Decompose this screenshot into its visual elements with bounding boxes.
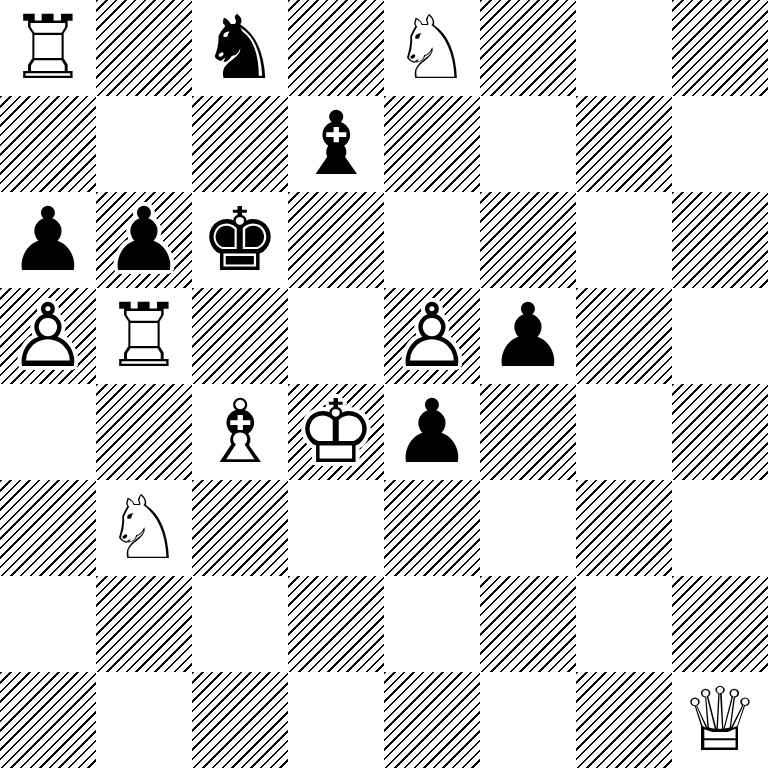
white-pawn-icon: ♙	[384, 288, 480, 384]
square-d5[interactable]	[288, 288, 384, 384]
black-knight-icon: ♞	[192, 0, 288, 96]
square-h4[interactable]	[672, 384, 768, 480]
square-h2[interactable]	[672, 576, 768, 672]
square-g8[interactable]	[576, 0, 672, 96]
square-a3[interactable]	[0, 480, 96, 576]
square-e1[interactable]	[384, 672, 480, 768]
square-c4[interactable]: ♝♗	[192, 384, 288, 480]
square-b1[interactable]	[96, 672, 192, 768]
white-king-icon: ♔	[288, 384, 384, 480]
square-d6[interactable]	[288, 192, 384, 288]
square-b5[interactable]: ♜♖	[96, 288, 192, 384]
square-f5[interactable]: ♟	[480, 288, 576, 384]
piece-white-bishop[interactable]: ♝♗	[192, 384, 288, 480]
white-bishop-icon: ♗	[192, 384, 288, 480]
black-pawn-icon: ♟	[96, 192, 192, 288]
square-g4[interactable]	[576, 384, 672, 480]
square-g5[interactable]	[576, 288, 672, 384]
black-bishop-icon: ♝	[288, 96, 384, 192]
square-e5[interactable]: ♟♙	[384, 288, 480, 384]
black-king-icon: ♚	[192, 192, 288, 288]
piece-black-king[interactable]: ♚	[192, 192, 288, 288]
square-f8[interactable]	[480, 0, 576, 96]
white-pawn-icon: ♙	[0, 288, 96, 384]
square-f6[interactable]	[480, 192, 576, 288]
square-a8[interactable]: ♜♖	[0, 0, 96, 96]
piece-black-pawn[interactable]: ♟	[384, 384, 480, 480]
white-knight-icon: ♘	[96, 480, 192, 576]
square-f2[interactable]	[480, 576, 576, 672]
square-b7[interactable]	[96, 96, 192, 192]
square-f4[interactable]	[480, 384, 576, 480]
black-pawn-icon: ♟	[384, 384, 480, 480]
piece-black-knight[interactable]: ♞	[192, 0, 288, 96]
white-queen-icon: ♕	[672, 672, 768, 768]
piece-black-pawn[interactable]: ♟	[480, 288, 576, 384]
square-h7[interactable]	[672, 96, 768, 192]
square-c3[interactable]	[192, 480, 288, 576]
square-f3[interactable]	[480, 480, 576, 576]
square-h1[interactable]: ♛♕	[672, 672, 768, 768]
square-b8[interactable]	[96, 0, 192, 96]
square-h5[interactable]	[672, 288, 768, 384]
square-g6[interactable]	[576, 192, 672, 288]
white-knight-icon: ♘	[384, 0, 480, 96]
square-d7[interactable]: ♝	[288, 96, 384, 192]
square-d8[interactable]	[288, 0, 384, 96]
piece-white-rook[interactable]: ♜♖	[96, 288, 192, 384]
square-g3[interactable]	[576, 480, 672, 576]
square-a6[interactable]: ♟	[0, 192, 96, 288]
piece-white-pawn[interactable]: ♟♙	[384, 288, 480, 384]
piece-white-pawn[interactable]: ♟♙	[0, 288, 96, 384]
square-g2[interactable]	[576, 576, 672, 672]
piece-white-rook[interactable]: ♜♖	[0, 0, 96, 96]
square-e4[interactable]: ♟	[384, 384, 480, 480]
square-d4[interactable]: ♚♔	[288, 384, 384, 480]
square-b6[interactable]: ♟	[96, 192, 192, 288]
square-e7[interactable]	[384, 96, 480, 192]
piece-white-knight[interactable]: ♞♘	[96, 480, 192, 576]
chess-diagram: ♜♖♞♞♘♝♟♟♚♟♙♜♖♟♙♟♝♗♚♔♟♞♘♛♕	[0, 0, 768, 768]
square-g1[interactable]	[576, 672, 672, 768]
square-c5[interactable]	[192, 288, 288, 384]
square-d2[interactable]	[288, 576, 384, 672]
square-a5[interactable]: ♟♙	[0, 288, 96, 384]
square-h8[interactable]	[672, 0, 768, 96]
square-a2[interactable]	[0, 576, 96, 672]
square-c6[interactable]: ♚	[192, 192, 288, 288]
square-f7[interactable]	[480, 96, 576, 192]
square-h6[interactable]	[672, 192, 768, 288]
piece-white-knight[interactable]: ♞♘	[384, 0, 480, 96]
square-h3[interactable]	[672, 480, 768, 576]
piece-black-bishop[interactable]: ♝	[288, 96, 384, 192]
square-e2[interactable]	[384, 576, 480, 672]
square-d3[interactable]	[288, 480, 384, 576]
square-b2[interactable]	[96, 576, 192, 672]
piece-black-pawn[interactable]: ♟	[96, 192, 192, 288]
square-c8[interactable]: ♞	[192, 0, 288, 96]
square-g7[interactable]	[576, 96, 672, 192]
square-a7[interactable]	[0, 96, 96, 192]
white-rook-icon: ♖	[96, 288, 192, 384]
chess-board: ♜♖♞♞♘♝♟♟♚♟♙♜♖♟♙♟♝♗♚♔♟♞♘♛♕	[0, 0, 768, 768]
square-c2[interactable]	[192, 576, 288, 672]
piece-white-king[interactable]: ♚♔	[288, 384, 384, 480]
square-e6[interactable]	[384, 192, 480, 288]
square-a1[interactable]	[0, 672, 96, 768]
square-b3[interactable]: ♞♘	[96, 480, 192, 576]
black-pawn-icon: ♟	[0, 192, 96, 288]
square-e8[interactable]: ♞♘	[384, 0, 480, 96]
square-e3[interactable]	[384, 480, 480, 576]
square-c1[interactable]	[192, 672, 288, 768]
piece-white-queen[interactable]: ♛♕	[672, 672, 768, 768]
black-pawn-icon: ♟	[480, 288, 576, 384]
square-f1[interactable]	[480, 672, 576, 768]
piece-black-pawn[interactable]: ♟	[0, 192, 96, 288]
square-c7[interactable]	[192, 96, 288, 192]
white-rook-icon: ♖	[0, 0, 96, 96]
square-b4[interactable]	[96, 384, 192, 480]
square-d1[interactable]	[288, 672, 384, 768]
square-a4[interactable]	[0, 384, 96, 480]
